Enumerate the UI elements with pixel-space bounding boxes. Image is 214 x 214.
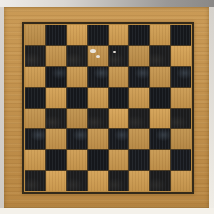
square-g7	[150, 46, 170, 66]
square-e8	[109, 25, 129, 45]
square-h6	[171, 67, 191, 87]
square-h4	[171, 109, 191, 129]
square-d8	[88, 25, 108, 45]
square-b2	[46, 150, 66, 170]
square-f8	[129, 25, 149, 45]
background-bottom-edge	[0, 208, 214, 214]
square-b7	[46, 46, 66, 66]
square-a7	[25, 46, 45, 66]
square-b8	[46, 25, 66, 45]
square-d2	[88, 150, 108, 170]
square-a3	[25, 129, 45, 149]
square-c4	[67, 109, 87, 129]
square-a6	[25, 67, 45, 87]
square-a4	[25, 109, 45, 129]
square-f5	[129, 88, 149, 108]
square-c1	[67, 171, 87, 191]
scuff-mark	[90, 49, 96, 53]
square-g3	[150, 129, 170, 149]
square-a1	[25, 171, 45, 191]
square-a8	[25, 25, 45, 45]
square-e4	[109, 109, 129, 129]
square-c7	[67, 46, 87, 66]
square-d4	[88, 109, 108, 129]
board-outline	[22, 22, 194, 194]
square-h8	[171, 25, 191, 45]
square-g5	[150, 88, 170, 108]
square-a2	[25, 150, 45, 170]
square-g6	[150, 67, 170, 87]
square-c2	[67, 150, 87, 170]
scuff-mark	[113, 51, 116, 53]
square-e2	[109, 150, 129, 170]
square-h3	[171, 129, 191, 149]
square-d5	[88, 88, 108, 108]
square-d3	[88, 129, 108, 149]
square-d6	[88, 67, 108, 87]
background-top-edge	[0, 0, 214, 7]
square-g4	[150, 109, 170, 129]
square-f4	[129, 109, 149, 129]
square-g1	[150, 171, 170, 191]
square-c6	[67, 67, 87, 87]
board-photo	[0, 0, 214, 214]
square-b1	[46, 171, 66, 191]
square-c3	[67, 129, 87, 149]
square-h7	[171, 46, 191, 66]
background-right-edge	[209, 7, 214, 208]
square-h5	[171, 88, 191, 108]
square-h1	[171, 171, 191, 191]
square-e5	[109, 88, 129, 108]
square-f6	[129, 67, 149, 87]
square-h2	[171, 150, 191, 170]
square-f1	[129, 171, 149, 191]
square-e3	[109, 129, 129, 149]
square-f3	[129, 129, 149, 149]
square-e1	[109, 171, 129, 191]
square-b5	[46, 88, 66, 108]
checkerboard-grid	[25, 25, 191, 191]
square-c8	[67, 25, 87, 45]
square-g8	[150, 25, 170, 45]
square-b4	[46, 109, 66, 129]
square-b6	[46, 67, 66, 87]
square-d1	[88, 171, 108, 191]
square-f7	[129, 46, 149, 66]
square-g2	[150, 150, 170, 170]
board-frame	[4, 7, 209, 208]
square-a5	[25, 88, 45, 108]
square-f2	[129, 150, 149, 170]
square-e6	[109, 67, 129, 87]
square-e7	[109, 46, 129, 66]
square-b3	[46, 129, 66, 149]
square-c5	[67, 88, 87, 108]
scuff-mark	[96, 55, 100, 58]
